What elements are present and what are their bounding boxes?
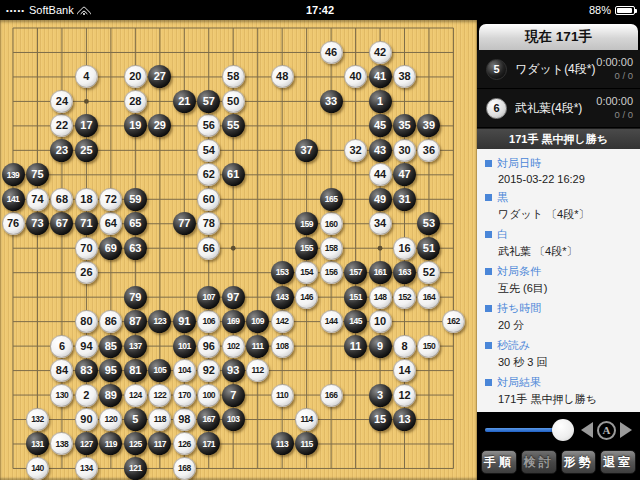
stone-white-8: 8 [393, 335, 416, 358]
stone-black-5: 5 [124, 408, 147, 431]
info-value: 20 分 [485, 316, 632, 335]
stone-black-21: 21 [173, 90, 196, 113]
player-periods: 0 / 0 [596, 109, 633, 121]
autoplay-button[interactable]: A [597, 421, 616, 440]
stone-white-146: 146 [295, 286, 318, 309]
stone-black-71: 71 [75, 212, 98, 235]
stone-white-44: 44 [369, 163, 392, 186]
stone-black-11: 11 [344, 335, 367, 358]
info-value: ワダット 〔4段*〕 [485, 205, 632, 224]
info-item: 持ち時間20 分 [485, 301, 632, 335]
stone-white-90: 90 [75, 408, 98, 431]
stone-black-161: 161 [369, 261, 392, 284]
stone-black-45: 45 [369, 114, 392, 137]
stone-black-77: 77 [173, 212, 196, 235]
info-label: 対局結果 [485, 375, 632, 390]
info-item: 対局結果171手 黒中押し勝ち [485, 375, 632, 409]
slider-knob[interactable] [552, 419, 574, 441]
stone-white-150: 150 [417, 335, 440, 358]
stone-white-130: 130 [50, 384, 73, 407]
game-info-sidebar: 現在 171手 5ワダット(4段*)0:00:000 / 06武礼葉(4段*)0… [477, 20, 640, 480]
info-item: 黒ワダット 〔4段*〕 [485, 190, 632, 224]
bullet-square-icon [485, 231, 492, 238]
stone-black-13: 13 [393, 408, 416, 431]
stone-white-168: 168 [173, 457, 196, 480]
stone-white-156: 156 [320, 261, 343, 284]
current-move-header: 現在 171手 [479, 24, 638, 50]
player-clock: 0:00:00 [596, 56, 633, 70]
player-times: 0:00:000 / 0 [596, 95, 633, 121]
stone-black-61: 61 [222, 163, 245, 186]
stone-black-155: 155 [295, 237, 318, 260]
action-button-row: 手順検討形勢退室 [477, 448, 640, 480]
stone-black-103: 103 [222, 408, 245, 431]
stone-black-137: 137 [124, 335, 147, 358]
stone-black-141: 141 [2, 188, 25, 211]
stone-white-114: 114 [295, 408, 318, 431]
go-board[interactable]: 1234567891011121314151617181920212223242… [0, 20, 477, 480]
stone-white-6: 6 [50, 335, 73, 358]
stone-white-32: 32 [344, 139, 367, 162]
stone-white-76: 76 [2, 212, 25, 235]
stone-white-164: 164 [417, 286, 440, 309]
playback-controls: A [477, 412, 640, 448]
stone-white-102: 102 [222, 335, 245, 358]
stone-white-96: 96 [197, 335, 220, 358]
game-details-panel: 対局日時2015-03-22 16:29黒ワダット 〔4段*〕白武礼葉 〔4段*… [477, 149, 640, 412]
button-退室[interactable]: 退室 [600, 450, 636, 474]
info-label: 黒 [485, 190, 632, 205]
bullet-square-icon [485, 342, 492, 349]
info-value: 2015-03-22 16:29 [485, 171, 632, 187]
stone-white-70: 70 [75, 237, 98, 260]
stone-white-80: 80 [75, 310, 98, 333]
stone-white-108: 108 [271, 335, 294, 358]
stone-black-111: 111 [246, 335, 269, 358]
stone-black-113: 113 [271, 432, 294, 455]
stone-white-14: 14 [393, 359, 416, 382]
stone-white-132: 132 [26, 408, 49, 431]
stone-black-15: 15 [369, 408, 392, 431]
stone-white-66: 66 [197, 237, 220, 260]
prev-move-button[interactable] [581, 422, 593, 438]
stone-black-143: 143 [271, 286, 294, 309]
stone-white-142: 142 [271, 310, 294, 333]
stone-black-81: 81 [124, 359, 147, 382]
stone-white-50: 50 [222, 90, 245, 113]
info-label: 白 [485, 227, 632, 242]
stone-white-74: 74 [26, 188, 49, 211]
stone-white-18: 18 [75, 188, 98, 211]
info-label: 秒読み [485, 338, 632, 353]
button-検討[interactable]: 検討 [521, 450, 557, 474]
info-label: 対局条件 [485, 264, 632, 279]
stone-black-25: 25 [75, 139, 98, 162]
stone-black-79: 79 [124, 286, 147, 309]
stone-black-107: 107 [197, 286, 220, 309]
player-name: ワダット(4段*) [515, 61, 596, 78]
info-label: 持ち時間 [485, 301, 632, 316]
players-panel: 5ワダット(4段*)0:00:000 / 06武礼葉(4段*)0:00:000 … [477, 50, 640, 128]
info-value: 互先 (6目) [485, 279, 632, 298]
stone-white-46: 46 [320, 41, 343, 64]
bullet-square-icon [485, 305, 492, 312]
stone-black-1: 1 [369, 90, 392, 113]
stone-white-152: 152 [393, 286, 416, 309]
stone-black-41: 41 [369, 65, 392, 88]
player-row-2: 6武礼葉(4段*)0:00:000 / 0 [477, 89, 640, 128]
stone-black-83: 83 [75, 359, 98, 382]
stone-white-148: 148 [369, 286, 392, 309]
stone-white-54: 54 [197, 139, 220, 162]
stone-black-139: 139 [2, 163, 25, 186]
stone-black-93: 93 [222, 359, 245, 382]
clock-label: 17:42 [0, 4, 640, 16]
stone-white-94: 94 [75, 335, 98, 358]
info-item: 白武礼葉 〔4段*〕 [485, 227, 632, 261]
player-row-1: 5ワダット(4段*)0:00:000 / 0 [477, 50, 640, 89]
stone-white-72: 72 [99, 188, 122, 211]
stone-black-165: 165 [320, 188, 343, 211]
player-stone-badge: 6 [486, 98, 507, 119]
stone-white-110: 110 [271, 384, 294, 407]
stone-black-57: 57 [197, 90, 220, 113]
stone-black-65: 65 [124, 212, 147, 235]
stone-black-169: 169 [222, 310, 245, 333]
stone-white-104: 104 [173, 359, 196, 382]
info-value: 30 秒 3 回 [485, 353, 632, 372]
stone-black-121: 121 [124, 457, 147, 480]
stone-black-59: 59 [124, 188, 147, 211]
stone-black-91: 91 [173, 310, 196, 333]
stone-white-98: 98 [173, 408, 196, 431]
stone-black-87: 87 [124, 310, 147, 333]
bullet-square-icon [485, 160, 492, 167]
player-stone-badge: 5 [486, 59, 507, 80]
stone-white-26: 26 [75, 261, 98, 284]
stone-white-10: 10 [369, 310, 392, 333]
stone-white-12: 12 [393, 384, 416, 407]
stone-white-30: 30 [393, 139, 416, 162]
stone-black-101: 101 [173, 335, 196, 358]
stone-white-158: 158 [320, 237, 343, 260]
stone-white-166: 166 [320, 384, 343, 407]
stone-white-60: 60 [197, 188, 220, 211]
stone-black-49: 49 [369, 188, 392, 211]
stone-black-97: 97 [222, 286, 245, 309]
status-right: 88% [589, 0, 635, 20]
stone-white-124: 124 [124, 384, 147, 407]
stone-white-100: 100 [197, 384, 220, 407]
stone-white-170: 170 [173, 384, 196, 407]
battery-percent-label: 88% [589, 4, 611, 16]
bullet-square-icon [485, 379, 492, 386]
stone-white-42: 42 [369, 41, 392, 64]
info-item: 対局条件互先 (6目) [485, 264, 632, 298]
stone-black-9: 9 [369, 335, 392, 358]
stone-black-63: 63 [124, 237, 147, 260]
stone-black-69: 69 [99, 237, 122, 260]
stone-black-85: 85 [99, 335, 122, 358]
stone-white-122: 122 [148, 384, 171, 407]
stone-white-34: 34 [369, 212, 392, 235]
button-手順[interactable]: 手順 [481, 450, 517, 474]
info-label: 対局日時 [485, 156, 632, 171]
stone-black-55: 55 [222, 114, 245, 137]
info-value: 武礼葉 〔4段*〕 [485, 242, 632, 261]
stone-black-33: 33 [320, 90, 343, 113]
player-periods: 0 / 0 [596, 70, 633, 82]
move-slider[interactable] [483, 419, 571, 441]
stone-black-151: 151 [344, 286, 367, 309]
info-item: 秒読み30 秒 3 回 [485, 338, 632, 372]
player-clock: 0:00:00 [596, 95, 633, 109]
next-move-button[interactable] [620, 422, 632, 438]
stone-white-160: 160 [320, 212, 343, 235]
stone-black-43: 43 [369, 139, 392, 162]
stone-white-162: 162 [442, 310, 465, 333]
stone-black-7: 7 [222, 384, 245, 407]
stone-black-31: 31 [393, 188, 416, 211]
player-times: 0:00:000 / 0 [596, 56, 633, 82]
stone-white-140: 140 [26, 457, 49, 480]
bullet-square-icon [485, 194, 492, 201]
stone-white-48: 48 [271, 65, 294, 88]
button-形勢[interactable]: 形勢 [561, 450, 597, 474]
stone-white-2: 2 [75, 384, 98, 407]
battery-icon [615, 6, 635, 15]
stone-black-153: 153 [271, 261, 294, 284]
status-bar: ••••• SoftBank 17:42 88% [0, 0, 640, 20]
bullet-square-icon [485, 268, 492, 275]
go-app-window: ••••• SoftBank 17:42 88% 123456789101112… [0, 0, 640, 480]
stone-black-3: 3 [369, 384, 392, 407]
stone-white-28: 28 [124, 90, 147, 113]
stone-white-134: 134 [75, 457, 98, 480]
stone-white-144: 144 [320, 310, 343, 333]
info-value: 171手 黒中押し勝ち [485, 390, 632, 409]
stone-black-37: 37 [295, 139, 318, 162]
stone-black-89: 89 [99, 384, 122, 407]
result-banner: 171手 黒中押し勝ち [477, 128, 640, 149]
player-name: 武礼葉(4段*) [515, 100, 596, 117]
info-item: 対局日時2015-03-22 16:29 [485, 156, 632, 187]
stone-white-16: 16 [393, 237, 416, 260]
